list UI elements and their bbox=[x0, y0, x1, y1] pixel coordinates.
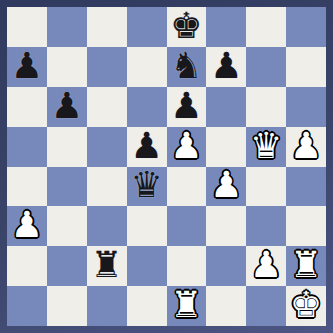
square-d2[interactable] bbox=[127, 246, 167, 286]
square-f1[interactable] bbox=[206, 286, 246, 326]
square-d5[interactable]: ♟ bbox=[127, 127, 167, 167]
piece-white-pawn[interactable]: ♟ bbox=[290, 128, 322, 164]
square-f5[interactable] bbox=[206, 127, 246, 167]
square-a5[interactable] bbox=[7, 127, 47, 167]
piece-white-pawn[interactable]: ♟ bbox=[210, 167, 242, 203]
piece-black-queen[interactable]: ♛ bbox=[130, 167, 162, 203]
square-f7[interactable]: ♟ bbox=[206, 47, 246, 87]
piece-black-knight[interactable]: ♞ bbox=[170, 48, 202, 84]
square-c4[interactable] bbox=[87, 167, 127, 207]
board-frame: ♚♟♞♟♟♟♟♟♛♟♛♟♟♜♟♜♜♚ bbox=[0, 0, 333, 333]
piece-black-pawn[interactable]: ♟ bbox=[11, 48, 43, 84]
square-e1[interactable]: ♜ bbox=[167, 286, 207, 326]
square-g1[interactable] bbox=[246, 286, 286, 326]
piece-black-rook[interactable]: ♜ bbox=[91, 247, 123, 283]
square-c2[interactable]: ♜ bbox=[87, 246, 127, 286]
square-c1[interactable] bbox=[87, 286, 127, 326]
square-c7[interactable] bbox=[87, 47, 127, 87]
square-d1[interactable] bbox=[127, 286, 167, 326]
square-e3[interactable] bbox=[167, 206, 207, 246]
square-a8[interactable] bbox=[7, 7, 47, 47]
square-c5[interactable] bbox=[87, 127, 127, 167]
square-f4[interactable]: ♟ bbox=[206, 167, 246, 207]
square-b8[interactable] bbox=[47, 7, 87, 47]
square-f6[interactable] bbox=[206, 87, 246, 127]
square-h8[interactable] bbox=[286, 7, 326, 47]
square-g5[interactable]: ♛ bbox=[246, 127, 286, 167]
square-b5[interactable] bbox=[47, 127, 87, 167]
piece-white-pawn[interactable]: ♟ bbox=[11, 207, 43, 243]
square-c6[interactable] bbox=[87, 87, 127, 127]
square-h5[interactable]: ♟ bbox=[286, 127, 326, 167]
piece-white-queen[interactable]: ♛ bbox=[250, 128, 282, 164]
square-b4[interactable] bbox=[47, 167, 87, 207]
square-b2[interactable] bbox=[47, 246, 87, 286]
square-d7[interactable] bbox=[127, 47, 167, 87]
square-e2[interactable] bbox=[167, 246, 207, 286]
square-d3[interactable] bbox=[127, 206, 167, 246]
square-a6[interactable] bbox=[7, 87, 47, 127]
square-b1[interactable] bbox=[47, 286, 87, 326]
square-h1[interactable]: ♚ bbox=[286, 286, 326, 326]
square-a1[interactable] bbox=[7, 286, 47, 326]
square-g7[interactable] bbox=[246, 47, 286, 87]
square-a4[interactable] bbox=[7, 167, 47, 207]
square-b7[interactable] bbox=[47, 47, 87, 87]
square-h7[interactable] bbox=[286, 47, 326, 87]
square-e5[interactable]: ♟ bbox=[167, 127, 207, 167]
square-a7[interactable]: ♟ bbox=[7, 47, 47, 87]
square-c3[interactable] bbox=[87, 206, 127, 246]
piece-white-king[interactable]: ♚ bbox=[290, 287, 322, 323]
square-c8[interactable] bbox=[87, 7, 127, 47]
square-b3[interactable] bbox=[47, 206, 87, 246]
square-g4[interactable] bbox=[246, 167, 286, 207]
square-d6[interactable] bbox=[127, 87, 167, 127]
square-e4[interactable] bbox=[167, 167, 207, 207]
square-e7[interactable]: ♞ bbox=[167, 47, 207, 87]
square-d4[interactable]: ♛ bbox=[127, 167, 167, 207]
piece-white-rook[interactable]: ♜ bbox=[290, 247, 322, 283]
square-h6[interactable] bbox=[286, 87, 326, 127]
piece-black-king[interactable]: ♚ bbox=[170, 8, 202, 44]
square-h4[interactable] bbox=[286, 167, 326, 207]
square-f2[interactable] bbox=[206, 246, 246, 286]
square-a3[interactable]: ♟ bbox=[7, 206, 47, 246]
square-a2[interactable] bbox=[7, 246, 47, 286]
piece-white-rook[interactable]: ♜ bbox=[170, 287, 202, 323]
piece-white-pawn[interactable]: ♟ bbox=[170, 128, 202, 164]
square-d8[interactable] bbox=[127, 7, 167, 47]
square-b6[interactable]: ♟ bbox=[47, 87, 87, 127]
piece-black-pawn[interactable]: ♟ bbox=[51, 88, 83, 124]
square-f3[interactable] bbox=[206, 206, 246, 246]
square-e6[interactable]: ♟ bbox=[167, 87, 207, 127]
piece-black-pawn[interactable]: ♟ bbox=[210, 48, 242, 84]
square-g2[interactable]: ♟ bbox=[246, 246, 286, 286]
square-f8[interactable] bbox=[206, 7, 246, 47]
square-g8[interactable] bbox=[246, 7, 286, 47]
square-e8[interactable]: ♚ bbox=[167, 7, 207, 47]
square-g3[interactable] bbox=[246, 206, 286, 246]
square-g6[interactable] bbox=[246, 87, 286, 127]
square-h3[interactable] bbox=[286, 206, 326, 246]
chess-board: ♚♟♞♟♟♟♟♟♛♟♛♟♟♜♟♜♜♚ bbox=[7, 7, 326, 326]
piece-black-pawn[interactable]: ♟ bbox=[170, 88, 202, 124]
square-h2[interactable]: ♜ bbox=[286, 246, 326, 286]
piece-white-pawn[interactable]: ♟ bbox=[250, 247, 282, 283]
piece-black-pawn[interactable]: ♟ bbox=[130, 128, 162, 164]
